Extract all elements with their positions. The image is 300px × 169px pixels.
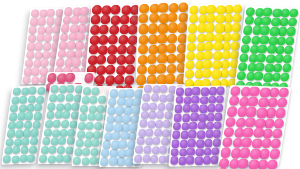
sticker-dot: [283, 45, 293, 54]
sticker-dot: [231, 32, 241, 41]
sticker-dot: [81, 148, 90, 156]
sticker-dot: [121, 114, 131, 123]
sticker-dot: [158, 146, 167, 154]
sticker-dot: [90, 15, 101, 25]
sticker-dot: [220, 60, 230, 69]
sticker-dot: [33, 103, 43, 112]
sticker-dot: [30, 128, 40, 137]
sticker-dot: [236, 168, 248, 169]
sticker-dot: [172, 122, 181, 131]
sticker-dot: [191, 95, 200, 104]
sticker-dot: [177, 22, 188, 33]
sticker-dot: [271, 128, 283, 139]
sticker-dot: [79, 104, 88, 112]
sticker-dot: [117, 35, 128, 45]
sticker-dot: [114, 75, 125, 85]
sticker-dot: [99, 25, 110, 35]
sticker-dot: [110, 5, 121, 15]
sticker-dot: [202, 60, 212, 69]
sticker-sheet-green: [235, 6, 300, 87]
sticker-dot: [18, 95, 28, 104]
sticker-dot: [75, 32, 85, 41]
sticker-dot: [237, 158, 249, 169]
sticker-dot: [151, 137, 160, 145]
sticker-dot: [232, 13, 242, 22]
sticker-dot: [167, 33, 178, 44]
sticker-dot: [261, 17, 271, 26]
sticker-dot: [24, 112, 34, 121]
sticker-dot: [247, 97, 259, 108]
sticker-dot: [257, 44, 267, 53]
sticker-dot: [276, 98, 288, 109]
sticker-dot: [105, 65, 116, 75]
sticker-dot: [79, 7, 89, 16]
sticker-dot: [185, 60, 195, 69]
sticker-dot: [188, 24, 198, 33]
sticker-dot: [28, 25, 37, 33]
sticker-dot: [106, 54, 117, 64]
sticker-dot: [46, 102, 56, 110]
sticker-dot: [259, 87, 271, 98]
sticker-dot: [125, 55, 136, 65]
sticker-dot: [134, 145, 143, 153]
sticker-dot: [202, 69, 212, 78]
sticker-dot: [155, 111, 164, 119]
sticker-dot: [239, 148, 251, 159]
sticker-dot: [178, 2, 189, 13]
sticker-dot: [215, 24, 225, 33]
sticker-dot: [156, 64, 167, 75]
sticker-dot: [188, 130, 197, 139]
sticker-dot: [60, 24, 70, 33]
sticker-dot: [145, 128, 154, 136]
sticker-dot: [125, 89, 135, 98]
sticker-dot: [253, 72, 263, 81]
sticker-dot: [98, 45, 109, 55]
sticker-dot: [157, 53, 168, 64]
sticker-dot: [278, 87, 290, 98]
sticker-dot: [48, 146, 58, 154]
sticker-dot: [188, 121, 197, 130]
sticker-dot: [37, 17, 46, 25]
sticker-sheet-purple: [168, 86, 226, 167]
sticker-dot: [199, 105, 208, 114]
sticker-dot: [57, 137, 67, 145]
sticker-dot: [286, 27, 296, 36]
sticker-dot: [137, 65, 148, 76]
sticker-dot: [186, 51, 196, 60]
sticker-dot: [214, 104, 223, 113]
sticker-dot: [269, 149, 281, 160]
sticker-dot: [91, 5, 102, 15]
sticker-dot: [158, 23, 169, 34]
sticker-dot: [166, 43, 177, 54]
sticker-dot: [46, 9, 55, 17]
sticker-dot: [34, 51, 43, 59]
sticker-dot: [262, 7, 272, 16]
sticker-dot: [37, 87, 47, 96]
sticker-dot: [190, 104, 199, 113]
sticker-dot: [62, 154, 72, 162]
sticker-dot: [249, 86, 261, 97]
sticker-dot: [256, 53, 266, 62]
sticker-dot: [107, 97, 117, 106]
sticker-dot: [109, 25, 120, 35]
sticker-dot: [270, 139, 282, 150]
sticker-dot: [227, 168, 239, 169]
sticker-dot: [147, 23, 158, 34]
sticker-dot: [90, 139, 99, 147]
sticker-dot: [206, 5, 216, 14]
sticker-dot: [38, 154, 48, 162]
sticker-dot: [287, 17, 297, 26]
sticker-dot: [28, 87, 38, 96]
sticker-dot: [191, 87, 200, 96]
sticker-dot: [185, 156, 194, 165]
sticker-dot: [242, 127, 254, 138]
sticker-dot: [197, 121, 206, 130]
sticker-dot: [125, 64, 136, 74]
sticker-dot: [271, 18, 281, 28]
sticker-dot: [114, 106, 124, 115]
sticker-dot: [200, 96, 209, 105]
sticker-dot: [15, 121, 25, 130]
sticker-dot: [231, 23, 241, 32]
sticker-dot: [40, 58, 49, 66]
sticker-dot: [245, 107, 257, 118]
sticker-dot: [214, 112, 223, 121]
sticker-dot: [65, 85, 75, 93]
sticker-dot: [120, 131, 130, 140]
sticker-dot: [139, 4, 150, 15]
sticker-dot: [280, 73, 290, 82]
sticker-dot: [22, 75, 31, 83]
sticker-dot: [20, 137, 30, 146]
sticker-dot: [186, 42, 196, 51]
sticker-dot: [66, 128, 76, 136]
sticker-dot: [9, 104, 19, 113]
sticker-dot: [186, 147, 195, 156]
sticker-dot: [216, 86, 225, 95]
sticker-dot: [282, 54, 292, 63]
sticker-dot: [215, 95, 224, 104]
sticker-dot: [88, 96, 97, 104]
sticker-dot: [159, 85, 168, 93]
sticker-dot: [187, 33, 197, 42]
sticker-dot: [203, 51, 213, 60]
sticker-dot: [95, 75, 106, 85]
sticker-dot: [100, 149, 110, 158]
sticker-dot: [203, 41, 213, 50]
sticker-dot: [194, 157, 203, 166]
sticker-dot: [172, 131, 181, 140]
sticker-dot: [85, 122, 94, 130]
sticker-dot: [282, 63, 292, 72]
sticker-dot: [213, 121, 222, 130]
sticker-dot: [196, 139, 205, 148]
sticker-dot: [158, 3, 169, 14]
sticker-dot: [267, 159, 279, 169]
sticker-dot: [65, 50, 75, 59]
sticker-dot: [212, 60, 222, 69]
sticker-dot: [240, 137, 252, 148]
sticker-dot: [56, 94, 66, 102]
sticker-dot: [2, 155, 12, 164]
sticker-dot: [111, 131, 121, 140]
sticker-dot: [71, 58, 81, 67]
sticker-dot: [215, 14, 225, 23]
sticker-dot: [146, 54, 157, 65]
sticker-dot: [72, 156, 81, 164]
sticker-dot: [230, 41, 240, 50]
sticker-dot: [289, 8, 299, 17]
sticker-dot: [212, 130, 221, 139]
sticker-sheet-hot-pink: [218, 85, 291, 166]
sticker-dot: [258, 98, 270, 109]
sticker-dot: [167, 12, 178, 23]
sticker-dot: [138, 13, 149, 24]
sticker-dot: [96, 55, 107, 65]
sticker-dot: [61, 111, 71, 119]
sticker-dot: [52, 120, 62, 128]
sticker-sheets-photo: [0, 0, 300, 169]
sticker-dot: [187, 139, 196, 148]
sticker-dot: [264, 63, 274, 73]
sticker-dot: [94, 113, 103, 121]
empty-cell: [98, 87, 107, 95]
sticker-dot: [33, 112, 43, 121]
sticker-dot: [233, 4, 243, 13]
sticker-dot: [108, 157, 118, 166]
sticker-dot: [141, 93, 150, 101]
sticker-dot: [26, 154, 36, 163]
sticker-dot: [157, 33, 168, 44]
sticker-dot: [70, 15, 80, 24]
sticker-dot: [273, 118, 285, 129]
sticker-dot: [200, 87, 209, 96]
sticker-dot: [148, 102, 157, 110]
sticker-dot: [195, 148, 204, 157]
sticker-dot: [65, 73, 76, 83]
sticker-dot: [216, 5, 226, 14]
sticker-dot: [171, 139, 180, 148]
sticker-dot: [162, 120, 171, 128]
sticker-dot: [165, 74, 176, 85]
sticker-sheet-orange: [136, 1, 190, 81]
sticker-dot: [124, 75, 135, 85]
sticker-dot: [149, 13, 160, 24]
sticker-dot: [173, 113, 182, 122]
sticker-dot: [126, 45, 137, 55]
sticker-dot: [263, 73, 273, 83]
sticker-dot: [260, 26, 270, 35]
sticker-dot: [118, 140, 128, 149]
sticker-dot: [29, 137, 39, 146]
sticker-sheet-yellow: [183, 4, 244, 84]
sticker-dot: [285, 36, 295, 45]
sticker-dot: [11, 146, 21, 155]
sticker-dot: [211, 69, 221, 78]
sticker-dot: [121, 5, 132, 15]
sticker-dot: [107, 35, 118, 45]
sticker-dot: [43, 34, 52, 42]
sticker-dot: [254, 62, 264, 71]
sticker-dot: [205, 14, 215, 23]
sticker-dot: [272, 8, 282, 18]
sticker-dot: [138, 44, 149, 55]
sticker-dot: [116, 45, 127, 55]
sticker-dot: [119, 15, 130, 25]
sticker-dot: [217, 167, 229, 169]
sticker-dot: [205, 23, 215, 32]
sticker-dot: [275, 108, 287, 119]
sticker-dot: [34, 42, 43, 50]
sticker-dot: [31, 67, 40, 75]
